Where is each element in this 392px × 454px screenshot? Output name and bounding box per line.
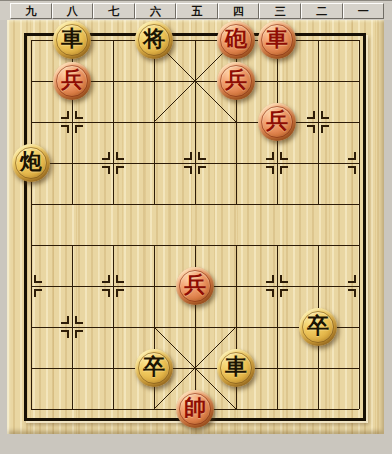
piece-glyph: 兵: [61, 69, 83, 91]
piece-red-soldier[interactable]: 兵: [53, 62, 91, 100]
rank-button-4[interactable]: 六: [135, 3, 177, 19]
piece-black-cannon[interactable]: 炮: [12, 144, 50, 182]
rank-button-9[interactable]: 一: [343, 3, 385, 19]
piece-glyph: 兵: [184, 274, 206, 296]
piece-glyph: 砲: [225, 28, 247, 50]
piece-red-soldier[interactable]: 兵: [176, 267, 214, 305]
piece-glyph: 車: [61, 28, 83, 50]
piece-glyph: 帥: [184, 397, 206, 419]
rank-button-5[interactable]: 五: [176, 3, 218, 19]
rank-button-3[interactable]: 七: [93, 3, 135, 19]
rank-button-6[interactable]: 四: [218, 3, 260, 19]
rank-footer-strip: 九八七六五四三二一: [10, 3, 384, 19]
piece-black-soldier[interactable]: 卒: [135, 349, 173, 387]
piece-black-general[interactable]: 将: [135, 21, 173, 59]
piece-glyph: 炮: [20, 151, 42, 173]
piece-red-chariot[interactable]: 車: [258, 21, 296, 59]
piece-glyph: 兵: [225, 69, 247, 91]
piece-glyph: 将: [143, 28, 165, 50]
piece-red-soldier[interactable]: 兵: [217, 62, 255, 100]
piece-glyph: 卒: [307, 315, 329, 337]
rank-button-7[interactable]: 三: [259, 3, 301, 19]
piece-black-chariot[interactable]: 車: [217, 349, 255, 387]
piece-glyph: 車: [266, 28, 288, 50]
xiangqi-app: 123456789 車将砲車兵兵兵炮兵卒卒車帥 九八七六五四三二一: [0, 0, 392, 454]
piece-black-soldier[interactable]: 卒: [299, 308, 337, 346]
piece-black-chariot[interactable]: 車: [53, 21, 91, 59]
rank-button-8[interactable]: 二: [301, 3, 343, 19]
piece-glyph: 車: [225, 356, 247, 378]
rank-footer-bar: 九八七六五四三二一: [0, 0, 392, 20]
board-surface[interactable]: 車将砲車兵兵兵炮兵卒卒車帥: [30, 39, 360, 410]
piece-glyph: 卒: [143, 356, 165, 378]
piece-glyph: 兵: [266, 110, 288, 132]
rank-button-2[interactable]: 八: [52, 3, 94, 19]
piece-red-soldier[interactable]: 兵: [258, 103, 296, 141]
piece-red-general[interactable]: 帥: [176, 390, 214, 428]
piece-red-cannon[interactable]: 砲: [217, 21, 255, 59]
rank-button-1[interactable]: 九: [10, 3, 52, 19]
